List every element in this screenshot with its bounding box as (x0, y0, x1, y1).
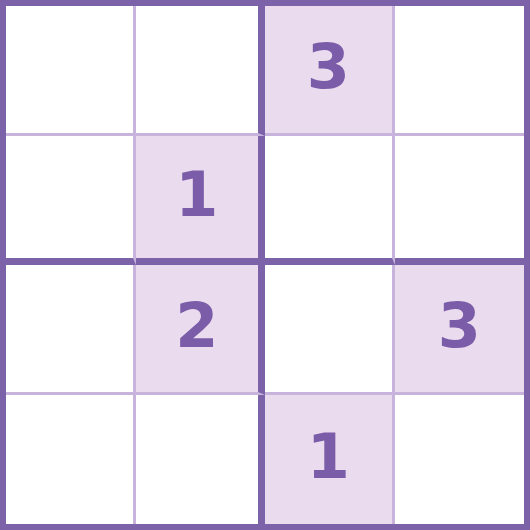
cell-r3c3[interactable] (265, 265, 395, 395)
given-digit: 3 (438, 295, 481, 357)
cell-r4c4[interactable] (395, 395, 525, 525)
given-digit: 3 (307, 36, 350, 98)
cell-r2c3[interactable] (265, 136, 395, 266)
cell-r1c4[interactable] (395, 6, 525, 136)
cell-r1c2[interactable] (136, 6, 266, 136)
given-digit: 2 (175, 295, 218, 357)
cell-r4c1[interactable] (6, 395, 136, 525)
cell-r1c3: 3 (265, 6, 395, 136)
cell-r2c2: 1 (136, 136, 266, 266)
cell-r1c1[interactable] (6, 6, 136, 136)
cell-r3c1[interactable] (6, 265, 136, 395)
sudoku-board: 31231 (0, 0, 530, 530)
cell-r3c2: 2 (136, 265, 266, 395)
cell-r4c2[interactable] (136, 395, 266, 525)
sudoku-board-wrapper: 31231 (0, 0, 530, 530)
cell-r2c1[interactable] (6, 136, 136, 266)
given-digit: 1 (307, 426, 350, 488)
cell-r3c4: 3 (395, 265, 525, 395)
cell-r4c3: 1 (265, 395, 395, 525)
cell-r2c4[interactable] (395, 136, 525, 266)
given-digit: 1 (175, 164, 218, 226)
